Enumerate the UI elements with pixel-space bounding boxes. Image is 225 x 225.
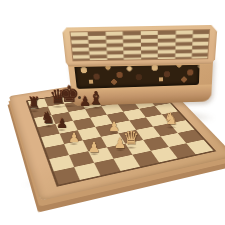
lid-checkerboard: [69, 29, 210, 61]
box-lid: [62, 25, 218, 67]
clasp-pin: [78, 96, 81, 99]
product-photo-scene: ♜♛♚♞♟♟♝♟♟♟♟♛♞: [0, 0, 225, 225]
